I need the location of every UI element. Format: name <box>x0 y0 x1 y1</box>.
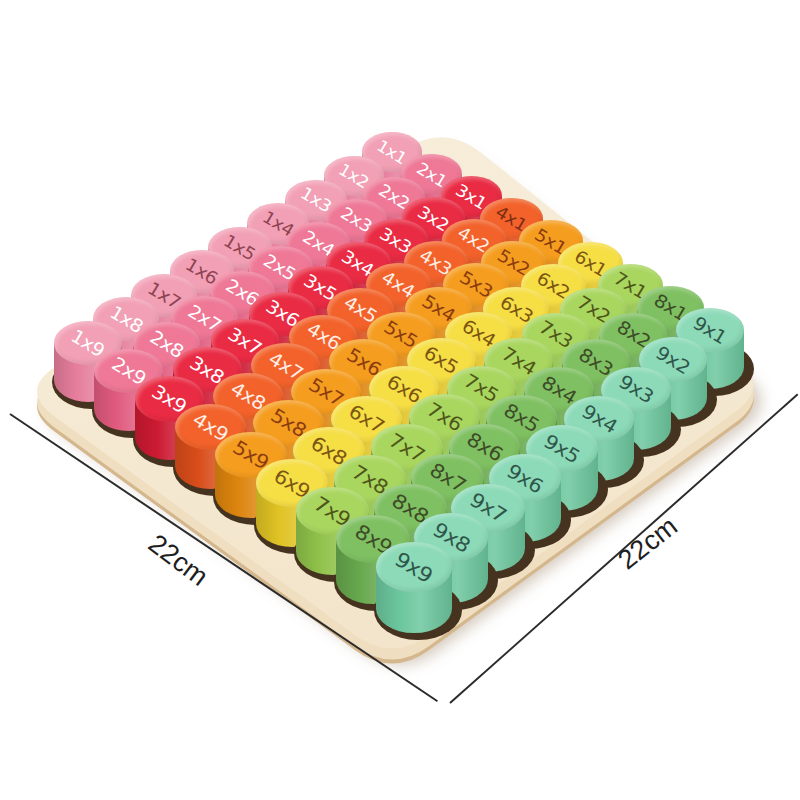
scene: 1x12x13x14x15x16x17x18x19x11x22x23x24x25… <box>0 0 800 800</box>
peg-top: 9x9 <box>376 542 451 591</box>
peg-label: 9x9 <box>391 547 437 587</box>
